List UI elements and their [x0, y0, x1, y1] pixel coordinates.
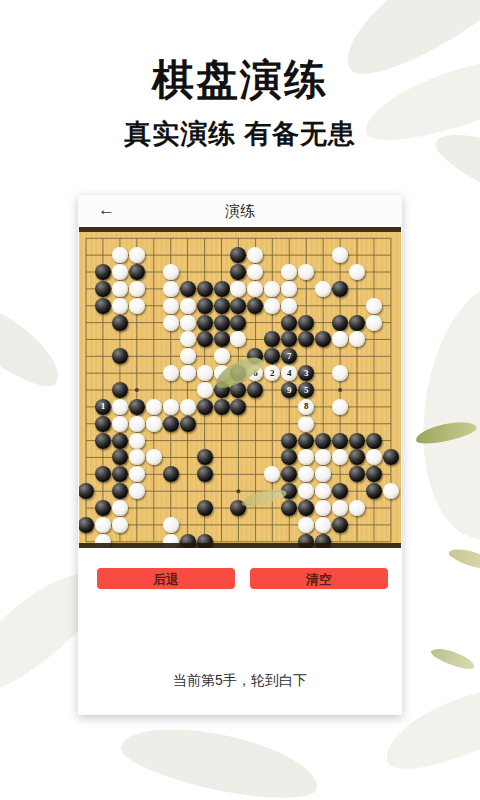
stone-white [315, 449, 331, 465]
stone-white [214, 348, 230, 364]
stone-black [332, 433, 348, 449]
stone-black [349, 315, 365, 331]
stone-white [112, 298, 128, 314]
move-number: 6 [253, 369, 258, 378]
stone-white-move-8: 8 [298, 399, 314, 415]
stone-white [163, 365, 179, 381]
stone-white [230, 331, 246, 347]
board-edge-top [79, 227, 401, 232]
stone-white [129, 466, 145, 482]
stone-white [214, 365, 230, 381]
stone-white [163, 315, 179, 331]
stone-white [332, 365, 348, 381]
stone-white [112, 264, 128, 280]
page-subtitle: 真实演练 有备无患 [0, 116, 480, 152]
stone-black [197, 449, 213, 465]
stone-white [197, 365, 213, 381]
stone-black [112, 449, 128, 465]
stone-white [129, 433, 145, 449]
move-number: 4 [287, 369, 292, 378]
stone-black [129, 264, 145, 280]
stone-white [349, 264, 365, 280]
bamboo-leaf-decor [0, 287, 71, 398]
stone-black [214, 382, 230, 398]
stone-black [366, 433, 382, 449]
stone-black [129, 399, 145, 415]
stone-white [112, 416, 128, 432]
stone-black [112, 433, 128, 449]
stone-black [180, 416, 196, 432]
stone-black [349, 449, 365, 465]
stone-black-move-5: 5 [298, 382, 314, 398]
stone-white [281, 298, 297, 314]
stone-white [129, 483, 145, 499]
undo-button[interactable]: 后退 [97, 568, 235, 589]
stone-black [214, 298, 230, 314]
stone-black [214, 331, 230, 347]
panel-title: 演练 [78, 202, 402, 221]
stone-white [180, 365, 196, 381]
stone-white [315, 517, 331, 533]
stone-black [95, 264, 111, 280]
stone-black [112, 315, 128, 331]
stone-black [281, 433, 297, 449]
stone-black [298, 315, 314, 331]
stone-black [332, 315, 348, 331]
stone-black [95, 281, 111, 297]
stone-white [366, 449, 382, 465]
stone-white-move-4: 4 [281, 365, 297, 381]
stone-white [366, 315, 382, 331]
stone-white [264, 298, 280, 314]
stone-black [95, 416, 111, 432]
stone-white [332, 331, 348, 347]
stone-white [180, 331, 196, 347]
stone-black [264, 348, 280, 364]
stone-black [247, 298, 263, 314]
stone-white [366, 298, 382, 314]
stone-black [230, 382, 246, 398]
stone-white [383, 483, 399, 499]
stone-white [146, 449, 162, 465]
move-number: 1 [101, 402, 106, 411]
stone-black [214, 315, 230, 331]
stone-black [180, 281, 196, 297]
stone-black [366, 466, 382, 482]
stone-black [95, 466, 111, 482]
stone-white [180, 399, 196, 415]
bamboo-leaf-decor [116, 715, 323, 800]
stone-white [247, 247, 263, 263]
move-number: 3 [304, 369, 309, 378]
stone-white-move-2: 2 [264, 365, 280, 381]
stone-white [264, 281, 280, 297]
stone-black [383, 449, 399, 465]
stone-black [366, 483, 382, 499]
stone-white-move-6: 6 [247, 365, 263, 381]
stone-white [298, 483, 314, 499]
stone-black-move-9: 9 [281, 382, 297, 398]
stone-white [332, 247, 348, 263]
stone-black [281, 500, 297, 516]
stone-white [163, 517, 179, 533]
panel-header: ← 演练 [78, 195, 402, 228]
stone-white [129, 449, 145, 465]
stone-white [315, 500, 331, 516]
stone-black [230, 247, 246, 263]
stone-black [349, 466, 365, 482]
stone-black [298, 500, 314, 516]
stone-black [95, 500, 111, 516]
stone-black [332, 517, 348, 533]
stone-white [298, 517, 314, 533]
page-title: 棋盘演练 [0, 52, 480, 108]
stone-white [180, 298, 196, 314]
stone-black [197, 399, 213, 415]
stone-black [197, 466, 213, 482]
stone-black [95, 433, 111, 449]
stone-white [112, 247, 128, 263]
stone-black [112, 466, 128, 482]
stone-black [230, 298, 246, 314]
stone-black [197, 315, 213, 331]
stone-white [332, 399, 348, 415]
stone-black [230, 365, 246, 381]
stone-white [349, 331, 365, 347]
stone-white [180, 348, 196, 364]
stone-black [332, 281, 348, 297]
stone-white [247, 281, 263, 297]
move-number: 5 [304, 386, 309, 395]
stone-black [230, 399, 246, 415]
stone-black [163, 466, 179, 482]
stone-black [298, 331, 314, 347]
stone-white [129, 247, 145, 263]
stone-black [281, 466, 297, 482]
stone-white [230, 281, 246, 297]
stone-black [112, 382, 128, 398]
practice-panel: ← 演练 123456789 后退 清空 当前第5手，轮到白下 [78, 195, 402, 715]
stone-black [230, 315, 246, 331]
green-leaf-decor [447, 545, 480, 573]
green-leaf-decor [429, 645, 477, 673]
stone-black [264, 331, 280, 347]
stone-black [112, 483, 128, 499]
stone-black [214, 281, 230, 297]
stone-white [112, 281, 128, 297]
move-status-text: 当前第5手，轮到白下 [78, 672, 402, 690]
move-number: 8 [304, 402, 309, 411]
move-number: 7 [287, 352, 292, 361]
stone-black [163, 416, 179, 432]
stone-black [281, 331, 297, 347]
stone-black [281, 449, 297, 465]
stone-white [264, 466, 280, 482]
stone-black [197, 331, 213, 347]
stone-white [247, 264, 263, 280]
stone-white [112, 517, 128, 533]
stone-black-move-1: 1 [95, 399, 111, 415]
stone-black [298, 433, 314, 449]
stone-white [197, 382, 213, 398]
stone-white [298, 466, 314, 482]
stone-white [146, 416, 162, 432]
stone-black [112, 348, 128, 364]
stone-white [129, 416, 145, 432]
stone-white [298, 416, 314, 432]
clear-button[interactable]: 清空 [250, 568, 388, 589]
stone-white [112, 500, 128, 516]
stone-black [281, 315, 297, 331]
green-leaf-decor [414, 418, 478, 448]
stone-black [332, 483, 348, 499]
stone-black [315, 433, 331, 449]
stone-black [247, 348, 263, 364]
stone-white [281, 264, 297, 280]
stone-black [349, 433, 365, 449]
stone-white [298, 264, 314, 280]
board-edge-bottom [79, 543, 401, 548]
stone-black [247, 382, 263, 398]
stone-white [163, 264, 179, 280]
stone-black [95, 298, 111, 314]
stone-white [281, 281, 297, 297]
stone-white [146, 399, 162, 415]
stone-black [281, 483, 297, 499]
stone-white [315, 281, 331, 297]
stone-white [315, 483, 331, 499]
stone-black [315, 331, 331, 347]
stone-black [230, 264, 246, 280]
stone-white [95, 517, 111, 533]
stone-black-move-7: 7 [281, 348, 297, 364]
stone-white [332, 449, 348, 465]
move-number: 9 [287, 386, 292, 395]
stone-black [230, 500, 246, 516]
stone-black [197, 281, 213, 297]
stone-white [112, 399, 128, 415]
stone-white [163, 399, 179, 415]
stone-white [180, 315, 196, 331]
stone-white [315, 466, 331, 482]
move-number: 2 [270, 369, 275, 378]
stone-black [197, 500, 213, 516]
stone-white [298, 449, 314, 465]
stone-white [163, 281, 179, 297]
go-board[interactable]: 123456789 [79, 227, 401, 548]
stone-white [163, 298, 179, 314]
stone-black [214, 399, 230, 415]
bamboo-leaf-decor [408, 272, 480, 549]
stone-white [332, 500, 348, 516]
stone-white [129, 281, 145, 297]
stone-white [349, 500, 365, 516]
stone-black [197, 298, 213, 314]
stone-black-move-3: 3 [298, 365, 314, 381]
stone-white [129, 298, 145, 314]
